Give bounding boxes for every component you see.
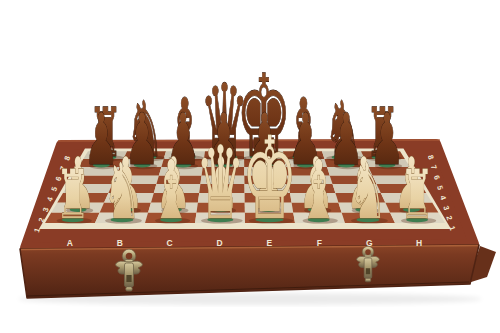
piece-glyph: ♜ <box>400 155 434 234</box>
piece-white-queen: ♛ <box>195 124 245 242</box>
piece-white-rook: ♜ <box>56 155 92 234</box>
box-front-face <box>20 245 479 298</box>
piece-glyph: ♜ <box>56 155 90 234</box>
piece-glyph: ♛ <box>195 124 245 242</box>
piece-glyph: ♝ <box>299 143 339 237</box>
file-label-b: B <box>117 238 123 248</box>
clasp-slot <box>366 268 370 274</box>
piece-white-king: ♚ <box>241 113 297 246</box>
chess-board: ABCDEFGH1234567812345678♜♞♝♛♚♝♞♜♟♟♟♟♟♟♟♟… <box>0 0 500 333</box>
file-label-a: A <box>67 238 73 248</box>
file-label-c: C <box>167 238 173 248</box>
clasp-tab <box>365 278 370 281</box>
piece-white-knight: ♞ <box>349 146 388 236</box>
piece-white-knight: ♞ <box>103 146 142 236</box>
piece-white-rook: ♜ <box>400 155 436 234</box>
file-label-h: H <box>416 238 422 248</box>
clasp-slot <box>126 275 131 282</box>
clasp-tab <box>126 287 132 291</box>
piece-white-bishop: ♝ <box>151 143 191 237</box>
pieces: ♜♞♝♛♚♝♞♜♟♟♟♟♟♟♟♟♟♟♟♟♟♟♟♟♜♞♝♛♚♝♞♜ <box>56 50 436 245</box>
file-label-f: F <box>317 238 322 248</box>
piece-white-bishop: ♝ <box>299 143 339 237</box>
piece-glyph: ♝ <box>151 143 191 237</box>
product-photo: ABCDEFGH1234567812345678♜♞♝♛♚♝♞♜♟♟♟♟♟♟♟♟… <box>0 0 500 333</box>
piece-glyph: ♞ <box>349 146 387 236</box>
piece-glyph: ♚ <box>241 113 297 246</box>
piece-glyph: ♞ <box>103 146 141 236</box>
